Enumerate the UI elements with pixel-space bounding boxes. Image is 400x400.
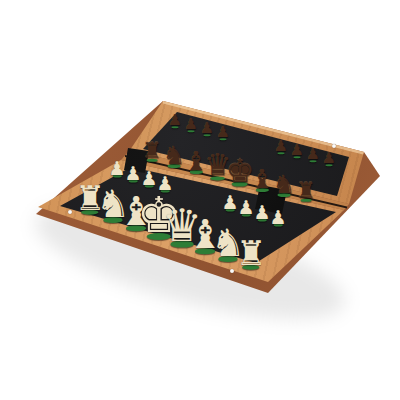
light-pawn: ♟ (269, 208, 286, 227)
chess-case-photo: ♟♟♟♟♟♟♟♟♜♞♝♛♚♝♞♜♟♟♟♟♟♟♟♟♜♞♝♚♛♝♞♜ (0, 0, 400, 400)
bishop-glyph: ♝ (250, 166, 273, 192)
pawn-glyph: ♟ (168, 113, 181, 128)
light-pawn: ♟ (237, 198, 254, 217)
pawn-glyph: ♟ (269, 208, 286, 227)
dark-rook: ♜ (142, 140, 162, 162)
pawn-glyph: ♟ (290, 143, 303, 158)
knight-glyph: ♞ (273, 172, 295, 197)
pawn-glyph: ♟ (140, 169, 157, 188)
dark-pawn: ♟ (322, 151, 335, 166)
pawn-glyph: ♟ (253, 203, 270, 222)
pawn-glyph: ♟ (221, 193, 238, 212)
dark-pawn: ♟ (216, 125, 229, 140)
dark-bishop: ♝ (250, 166, 273, 192)
pawn-glyph: ♟ (124, 164, 141, 183)
light-pawn: ♟ (108, 159, 125, 178)
pieces-layer: ♟♟♟♟♟♟♟♟♜♞♝♛♚♝♞♜♟♟♟♟♟♟♟♟♜♞♝♚♛♝♞♜ (0, 0, 400, 400)
dark-knight: ♞ (273, 172, 295, 197)
pawn-glyph: ♟ (200, 121, 213, 136)
rook-glyph: ♜ (236, 236, 266, 270)
dark-knight: ♞ (163, 143, 185, 168)
pawn-glyph: ♟ (306, 147, 319, 162)
light-pawn: ♟ (253, 203, 270, 222)
light-rook: ♜ (236, 236, 266, 270)
dark-pawn: ♟ (306, 147, 319, 162)
knight-glyph: ♞ (163, 143, 185, 168)
light-pawn: ♟ (140, 169, 157, 188)
pawn-glyph: ♟ (216, 125, 229, 140)
dark-pawn: ♟ (200, 121, 213, 136)
dark-pawn: ♟ (168, 113, 181, 128)
pawn-glyph: ♟ (237, 198, 254, 217)
pawn-glyph: ♟ (322, 151, 335, 166)
dark-rook: ♜ (296, 180, 316, 202)
rook-glyph: ♜ (142, 140, 162, 162)
light-pawn: ♟ (124, 164, 141, 183)
pawn-glyph: ♟ (274, 139, 287, 154)
pawn-glyph: ♟ (108, 159, 125, 178)
dark-pawn: ♟ (274, 139, 287, 154)
pawn-glyph: ♟ (184, 117, 197, 132)
rook-glyph: ♜ (296, 180, 316, 202)
light-pawn: ♟ (221, 193, 238, 212)
dark-pawn: ♟ (290, 143, 303, 158)
dark-pawn: ♟ (184, 117, 197, 132)
